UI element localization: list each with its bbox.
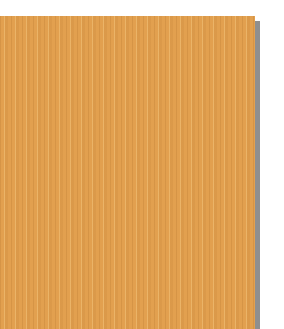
- column-labels: [0, 0, 284, 16]
- go-diagram: [0, 0, 284, 329]
- go-board[interactable]: [0, 16, 255, 329]
- row-labels: [260, 0, 284, 329]
